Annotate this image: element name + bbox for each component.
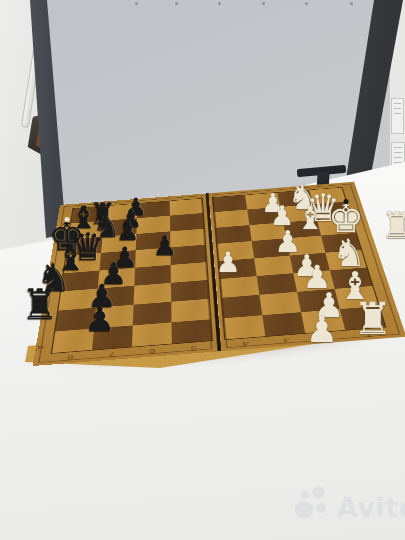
- chess-piece-black-p[interactable]: ♟: [153, 232, 177, 259]
- board-square[interactable]: [224, 315, 266, 339]
- avito-watermark: Avito: [293, 484, 405, 534]
- chess-piece-white-r[interactable]: ♜: [381, 208, 405, 244]
- screw-icon: [262, 2, 265, 5]
- board-square[interactable]: [262, 312, 305, 336]
- screw-icon: [135, 2, 138, 5]
- coordinate-number: 7: [90, 349, 131, 360]
- coordinate-number: 3: [265, 335, 307, 346]
- avito-logo-icon: [295, 501, 313, 519]
- screw-icon: [175, 2, 178, 5]
- coordinate-number: 5: [172, 342, 213, 353]
- coordinate-number: 8: [49, 352, 91, 363]
- king-finial: [343, 199, 348, 204]
- chess-piece-black-r[interactable]: ♜: [21, 284, 59, 326]
- avito-logo-icon: [316, 503, 326, 513]
- coordinate-letter: А: [33, 345, 46, 350]
- board-square[interactable]: [132, 322, 172, 347]
- king-finial: [64, 217, 69, 222]
- chess-piece-white-p[interactable]: ♟: [306, 312, 338, 348]
- avito-logo-icon: [301, 491, 309, 499]
- chess-piece-black-p[interactable]: ♟: [85, 302, 115, 336]
- coordinate-number: 6: [132, 346, 173, 357]
- watermark-text: Avito: [337, 492, 405, 523]
- chess-piece-white-r[interactable]: ♜: [353, 297, 392, 341]
- screw-icon: [305, 2, 308, 5]
- board-square[interactable]: [172, 319, 212, 344]
- screw-icon: [218, 2, 221, 5]
- coordinate-number: 4: [224, 338, 266, 349]
- photo-scene: 8765 А 4321 ♜♝♟♞♟♚♟♛♟♝♟♟♞♟♜♟♟♞♟♛♝♚♜♟♞♟♟♟…: [0, 0, 405, 540]
- avito-logo-icon: [312, 486, 325, 499]
- chess-piece-white-p[interactable]: ♟: [215, 249, 240, 277]
